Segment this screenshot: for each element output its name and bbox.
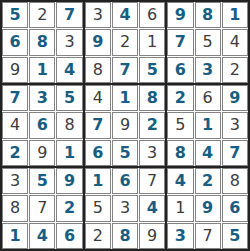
- cell-r8c1-given[interactable]: 8: [2, 195, 28, 221]
- cell-r5c5-given[interactable]: 9: [112, 112, 138, 138]
- cell-r5c9-given[interactable]: 3: [222, 112, 248, 138]
- cell-r2c3-given[interactable]: 3: [56, 29, 82, 55]
- cell-r9c2-solved[interactable]: 4: [29, 223, 55, 249]
- cell-r9c9-solved[interactable]: 5: [222, 223, 248, 249]
- cell-r5c1-given[interactable]: 4: [2, 112, 28, 138]
- box-8: 167534289: [85, 168, 166, 249]
- cell-r7c7-solved[interactable]: 4: [167, 168, 193, 194]
- cell-r4c3-solved[interactable]: 5: [56, 85, 82, 111]
- cell-r9c8-given[interactable]: 7: [195, 223, 221, 249]
- cell-r8c4-given[interactable]: 5: [85, 195, 111, 221]
- cell-r7c1-given[interactable]: 3: [2, 168, 28, 194]
- cell-r4c2-solved[interactable]: 3: [29, 85, 55, 111]
- cell-r7c3-solved[interactable]: 9: [56, 168, 82, 194]
- cell-r8c3-solved[interactable]: 2: [56, 195, 82, 221]
- box-4: 735468291: [2, 85, 83, 166]
- cell-r9c7-solved[interactable]: 3: [167, 223, 193, 249]
- box-7: 359872146: [2, 168, 83, 249]
- cell-r6c9-solved[interactable]: 7: [222, 140, 248, 166]
- cell-r3c8-solved[interactable]: 3: [195, 57, 221, 83]
- cell-r1c8-solved[interactable]: 8: [195, 2, 221, 28]
- cell-r3c9-given[interactable]: 2: [222, 57, 248, 83]
- cell-r7c9-given[interactable]: 8: [222, 168, 248, 194]
- cell-r3c6-solved[interactable]: 5: [139, 57, 165, 83]
- box-3: 981754632: [167, 2, 248, 83]
- cell-r4c8-given[interactable]: 6: [195, 85, 221, 111]
- cell-r1c3-solved[interactable]: 7: [56, 2, 82, 28]
- box-2: 346921875: [85, 2, 166, 83]
- cell-r3c5-solved[interactable]: 7: [112, 57, 138, 83]
- cell-r7c4-solved[interactable]: 1: [85, 168, 111, 194]
- cell-r1c5-solved[interactable]: 4: [112, 2, 138, 28]
- cell-r4c1-solved[interactable]: 7: [2, 85, 28, 111]
- cell-r3c2-solved[interactable]: 1: [29, 57, 55, 83]
- cell-r8c5-given[interactable]: 3: [112, 195, 138, 221]
- cell-r1c2-given[interactable]: 2: [29, 2, 55, 28]
- cell-r9c1-solved[interactable]: 1: [2, 223, 28, 249]
- cell-r7c5-solved[interactable]: 6: [112, 168, 138, 194]
- cell-r5c7-given[interactable]: 5: [167, 112, 193, 138]
- cell-r7c6-given[interactable]: 7: [139, 168, 165, 194]
- cell-r5c6-solved[interactable]: 2: [139, 112, 165, 138]
- cell-r1c7-solved[interactable]: 9: [167, 2, 193, 28]
- box-6: 269513847: [167, 85, 248, 166]
- cell-r6c7-solved[interactable]: 8: [167, 140, 193, 166]
- cell-r5c8-solved[interactable]: 1: [195, 112, 221, 138]
- cell-r2c5-given[interactable]: 2: [112, 29, 138, 55]
- cell-r8c2-given[interactable]: 7: [29, 195, 55, 221]
- cell-r6c5-solved[interactable]: 5: [112, 140, 138, 166]
- cell-r3c7-solved[interactable]: 6: [167, 57, 193, 83]
- cell-r1c1-solved[interactable]: 5: [2, 2, 28, 28]
- cell-r4c7-solved[interactable]: 2: [167, 85, 193, 111]
- cell-r7c2-solved[interactable]: 5: [29, 168, 55, 194]
- cell-r8c6-solved[interactable]: 4: [139, 195, 165, 221]
- cell-r6c4-solved[interactable]: 6: [85, 140, 111, 166]
- cell-r4c5-solved[interactable]: 1: [112, 85, 138, 111]
- cell-r9c4-given[interactable]: 2: [85, 223, 111, 249]
- cell-r1c9-solved[interactable]: 1: [222, 2, 248, 28]
- cell-r2c6-given[interactable]: 1: [139, 29, 165, 55]
- cell-r2c2-solved[interactable]: 8: [29, 29, 55, 55]
- cell-r2c1-solved[interactable]: 6: [2, 29, 28, 55]
- cell-r9c5-solved[interactable]: 8: [112, 223, 138, 249]
- box-9: 428196375: [167, 168, 248, 249]
- cell-r3c1-given[interactable]: 9: [2, 57, 28, 83]
- cell-r4c6-solved[interactable]: 8: [139, 85, 165, 111]
- cell-r2c7-solved[interactable]: 7: [167, 29, 193, 55]
- cell-r6c1-solved[interactable]: 2: [2, 140, 28, 166]
- box-1: 527683914: [2, 2, 83, 83]
- cell-r5c2-solved[interactable]: 6: [29, 112, 55, 138]
- cell-r6c2-given[interactable]: 9: [29, 140, 55, 166]
- cell-r6c3-solved[interactable]: 1: [56, 140, 82, 166]
- cell-r2c9-given[interactable]: 4: [222, 29, 248, 55]
- cell-r2c4-solved[interactable]: 9: [85, 29, 111, 55]
- cell-r3c4-given[interactable]: 8: [85, 57, 111, 83]
- cell-r8c8-solved[interactable]: 9: [195, 195, 221, 221]
- box-5: 418792653: [85, 85, 166, 166]
- cell-r6c6-given[interactable]: 3: [139, 140, 165, 166]
- cell-r8c7-given[interactable]: 1: [167, 195, 193, 221]
- cell-r6c8-solved[interactable]: 4: [195, 140, 221, 166]
- cell-r9c3-solved[interactable]: 6: [56, 223, 82, 249]
- cell-r9c6-given[interactable]: 9: [139, 223, 165, 249]
- sudoku-board: 5276839143469218759817546327354682914187…: [0, 0, 250, 251]
- cell-r8c9-solved[interactable]: 6: [222, 195, 248, 221]
- cell-r2c8-given[interactable]: 5: [195, 29, 221, 55]
- cell-r4c4-given[interactable]: 4: [85, 85, 111, 111]
- cell-r1c6-given[interactable]: 6: [139, 2, 165, 28]
- cell-r1c4-given[interactable]: 3: [85, 2, 111, 28]
- cell-r5c4-solved[interactable]: 7: [85, 112, 111, 138]
- cell-r4c9-solved[interactable]: 9: [222, 85, 248, 111]
- cell-r5c3-given[interactable]: 8: [56, 112, 82, 138]
- cell-r7c8-solved[interactable]: 2: [195, 168, 221, 194]
- cell-r3c3-solved[interactable]: 4: [56, 57, 82, 83]
